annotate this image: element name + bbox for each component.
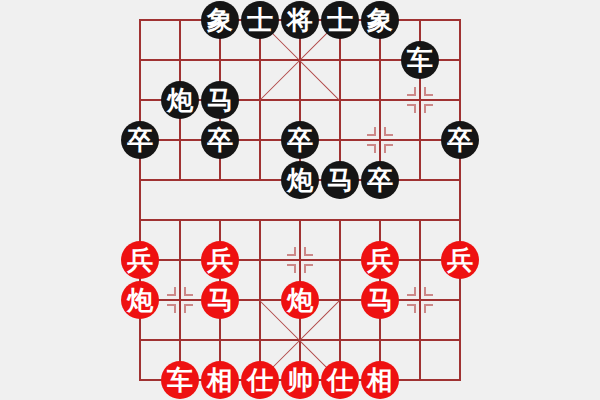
star-mark — [287, 247, 296, 256]
star-mark — [407, 87, 416, 96]
star-mark — [304, 264, 313, 273]
piece-black-horse[interactable]: 马 — [321, 161, 359, 199]
grid-line-vertical — [379, 19, 381, 181]
star-mark — [407, 287, 416, 296]
piece-black-king[interactable]: 将 — [281, 1, 319, 39]
grid-line-vertical — [179, 219, 181, 381]
piece-red-cannon[interactable]: 炮 — [281, 281, 319, 319]
star-mark — [167, 304, 176, 313]
piece-red-cannon[interactable]: 炮 — [121, 281, 159, 319]
piece-black-pawn[interactable]: 卒 — [201, 121, 239, 159]
piece-red-horse[interactable]: 马 — [361, 281, 399, 319]
piece-black-pawn[interactable]: 卒 — [121, 121, 159, 159]
grid-line-vertical — [419, 219, 421, 381]
star-mark — [384, 127, 393, 136]
piece-black-cannon[interactable]: 炮 — [281, 161, 319, 199]
star-mark — [184, 304, 193, 313]
piece-black-pawn[interactable]: 卒 — [441, 121, 479, 159]
piece-red-pawn[interactable]: 兵 — [361, 241, 399, 279]
piece-black-elephant[interactable]: 象 — [361, 1, 399, 39]
star-mark — [407, 304, 416, 313]
piece-red-advisor[interactable]: 仕 — [321, 361, 359, 399]
star-mark — [424, 304, 433, 313]
star-mark — [424, 287, 433, 296]
xiangqi-board: 象士将士象车炮马卒卒卒卒炮马卒兵兵兵兵炮马炮马车相仕帅仕相 — [0, 0, 600, 400]
piece-red-rook[interactable]: 车 — [161, 361, 199, 399]
star-mark — [184, 287, 193, 296]
piece-red-pawn[interactable]: 兵 — [121, 241, 159, 279]
piece-red-pawn[interactable]: 兵 — [201, 241, 239, 279]
star-mark — [167, 287, 176, 296]
star-mark — [367, 127, 376, 136]
star-mark — [407, 104, 416, 113]
piece-black-pawn[interactable]: 卒 — [361, 161, 399, 199]
piece-black-rook[interactable]: 车 — [401, 41, 439, 79]
piece-black-advisor[interactable]: 士 — [241, 1, 279, 39]
piece-red-pawn[interactable]: 兵 — [441, 241, 479, 279]
star-mark — [384, 144, 393, 153]
piece-black-cannon[interactable]: 炮 — [161, 81, 199, 119]
star-mark — [287, 264, 296, 273]
piece-red-advisor[interactable]: 仕 — [241, 361, 279, 399]
star-mark — [424, 87, 433, 96]
star-mark — [367, 144, 376, 153]
piece-red-horse[interactable]: 马 — [201, 281, 239, 319]
piece-red-elephant[interactable]: 相 — [201, 361, 239, 399]
star-mark — [304, 247, 313, 256]
grid-line-vertical — [459, 19, 461, 381]
piece-red-elephant[interactable]: 相 — [361, 361, 399, 399]
piece-black-advisor[interactable]: 士 — [321, 1, 359, 39]
star-mark — [424, 104, 433, 113]
piece-black-elephant[interactable]: 象 — [201, 1, 239, 39]
piece-black-horse[interactable]: 马 — [201, 81, 239, 119]
piece-red-king[interactable]: 帅 — [281, 361, 319, 399]
piece-black-pawn[interactable]: 卒 — [281, 121, 319, 159]
grid-line-vertical — [139, 19, 141, 381]
